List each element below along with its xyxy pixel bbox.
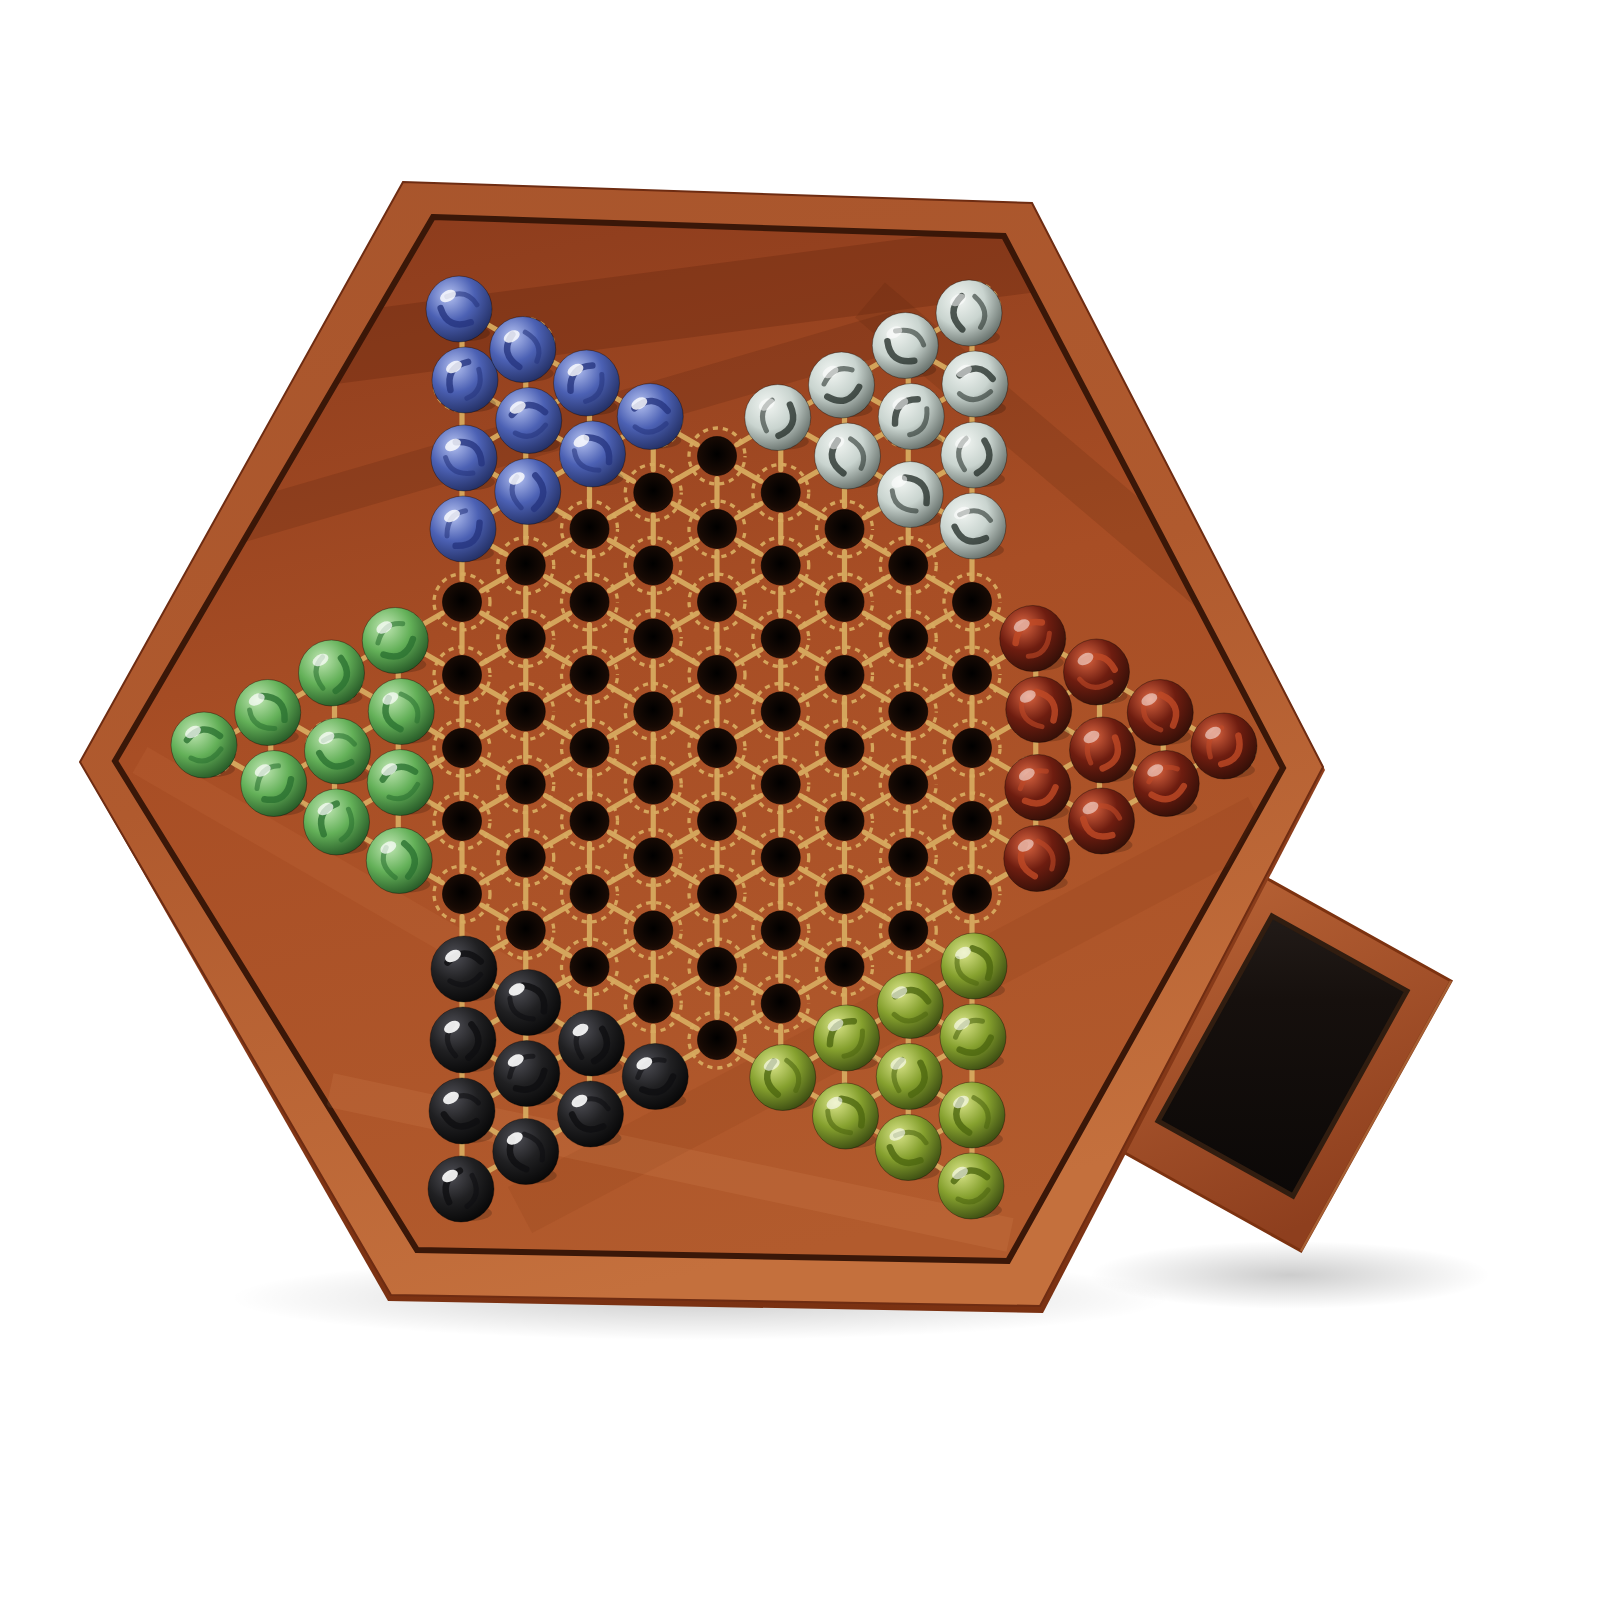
hole-c9-6[interactable] bbox=[698, 802, 737, 841]
hole-c11-4[interactable] bbox=[825, 583, 864, 622]
hole-c10-3[interactable] bbox=[761, 546, 800, 585]
marble-green[interactable] bbox=[299, 640, 365, 706]
marble-glass bbox=[558, 1081, 624, 1147]
marble-green[interactable] bbox=[235, 680, 301, 746]
marble-glass bbox=[495, 459, 561, 525]
hole-c8-9[interactable] bbox=[634, 984, 673, 1023]
marble-red[interactable] bbox=[1064, 639, 1130, 705]
hole-c7-6[interactable] bbox=[570, 729, 609, 768]
hole-c9-4[interactable] bbox=[698, 656, 737, 695]
marble-glass bbox=[431, 936, 497, 1002]
marble-yellow-green[interactable] bbox=[939, 1082, 1005, 1148]
hole-c10-2[interactable] bbox=[761, 473, 800, 512]
marble-red[interactable] bbox=[1070, 717, 1136, 783]
marble-blue[interactable] bbox=[496, 388, 562, 454]
hole-c13-8[interactable] bbox=[953, 802, 992, 841]
hole-c10-9[interactable] bbox=[761, 984, 800, 1023]
hole-c11-8[interactable] bbox=[825, 875, 864, 914]
hole-c11-3[interactable] bbox=[825, 510, 864, 549]
marble-glass bbox=[490, 317, 556, 383]
hole-c6-9[interactable] bbox=[506, 911, 545, 950]
hole-c9-9[interactable] bbox=[698, 1021, 737, 1060]
marble-glass bbox=[367, 750, 433, 816]
hole-c10-8[interactable] bbox=[761, 911, 800, 950]
marble-glass bbox=[1064, 639, 1130, 705]
drawer-shadow bbox=[1090, 1241, 1490, 1309]
hole-c9-8[interactable] bbox=[698, 948, 737, 987]
marble-glass bbox=[1004, 826, 1070, 892]
marble-glass bbox=[368, 679, 434, 745]
hole-c12-4[interactable] bbox=[889, 546, 928, 585]
hole-c10-5[interactable] bbox=[761, 692, 800, 731]
marble-green[interactable] bbox=[171, 712, 237, 778]
marble-red[interactable] bbox=[1006, 677, 1072, 743]
marble-black[interactable] bbox=[429, 1078, 495, 1144]
hole-c9-7[interactable] bbox=[698, 875, 737, 914]
marble-yellow-green[interactable] bbox=[750, 1045, 816, 1111]
marble-green[interactable] bbox=[362, 608, 428, 674]
marble-glass bbox=[876, 1044, 942, 1110]
marble-glass bbox=[940, 1004, 1006, 1070]
hole-c10-7[interactable] bbox=[761, 838, 800, 877]
marble-glass bbox=[493, 1119, 559, 1185]
marble-yellow-green[interactable] bbox=[813, 1083, 879, 1149]
marble-glass bbox=[1006, 677, 1072, 743]
marble-glass bbox=[939, 1082, 1005, 1148]
hole-c6-4[interactable] bbox=[506, 546, 545, 585]
hole-c13-5[interactable] bbox=[953, 583, 992, 622]
marble-glass bbox=[430, 1007, 496, 1073]
hole-c12-5[interactable] bbox=[889, 619, 928, 658]
marble-white[interactable] bbox=[878, 384, 944, 450]
hole-c12-7[interactable] bbox=[889, 765, 928, 804]
hole-c5-6[interactable] bbox=[443, 656, 482, 695]
hole-c9-5[interactable] bbox=[698, 729, 737, 768]
hole-c11-9[interactable] bbox=[825, 948, 864, 987]
marble-black[interactable] bbox=[622, 1044, 688, 1110]
marble-glass bbox=[235, 680, 301, 746]
marble-green[interactable] bbox=[305, 718, 371, 784]
hole-c7-4[interactable] bbox=[570, 583, 609, 622]
marble-glass bbox=[299, 640, 365, 706]
marble-white[interactable] bbox=[815, 423, 881, 489]
marble-yellow-green[interactable] bbox=[875, 1115, 941, 1181]
hole-c11-7[interactable] bbox=[825, 802, 864, 841]
marble-black[interactable] bbox=[493, 1119, 559, 1185]
marble-black[interactable] bbox=[430, 1007, 496, 1073]
marble-glass bbox=[877, 462, 943, 528]
hole-c7-5[interactable] bbox=[570, 656, 609, 695]
hole-c9-3[interactable] bbox=[698, 583, 737, 622]
hole-c5-5[interactable] bbox=[443, 583, 482, 622]
marble-red[interactable] bbox=[1191, 713, 1257, 779]
hole-c11-5[interactable] bbox=[825, 656, 864, 695]
marble-glass bbox=[1191, 713, 1257, 779]
marble-yellow-green[interactable] bbox=[876, 1044, 942, 1110]
marble-glass bbox=[171, 712, 237, 778]
marble-glass bbox=[366, 828, 432, 894]
marble-glass bbox=[878, 384, 944, 450]
marble-glass bbox=[559, 1010, 625, 1076]
marble-glass bbox=[495, 970, 561, 1036]
hole-c5-8[interactable] bbox=[443, 802, 482, 841]
marble-blue[interactable] bbox=[426, 276, 492, 342]
marble-glass bbox=[496, 388, 562, 454]
hole-c12-6[interactable] bbox=[889, 692, 928, 731]
marble-glass bbox=[430, 496, 496, 562]
hole-c9-1[interactable] bbox=[698, 437, 737, 476]
marble-white[interactable] bbox=[940, 493, 1006, 559]
hole-c6-7[interactable] bbox=[506, 765, 545, 804]
marble-glass bbox=[745, 385, 811, 451]
marble-red[interactable] bbox=[1000, 606, 1066, 672]
hole-c12-8[interactable] bbox=[889, 838, 928, 877]
marble-blue[interactable] bbox=[495, 459, 561, 525]
marble-glass bbox=[560, 421, 626, 487]
marble-blue[interactable] bbox=[430, 496, 496, 562]
hole-c6-6[interactable] bbox=[506, 692, 545, 731]
marble-green[interactable] bbox=[368, 679, 434, 745]
marble-glass bbox=[494, 1041, 560, 1107]
marble-white[interactable] bbox=[936, 280, 1002, 346]
hole-c6-8[interactable] bbox=[506, 838, 545, 877]
hole-c10-6[interactable] bbox=[761, 765, 800, 804]
hole-c7-8[interactable] bbox=[570, 875, 609, 914]
hole-c8-6[interactable] bbox=[634, 765, 673, 804]
hole-c8-4[interactable] bbox=[634, 619, 673, 658]
marble-glass bbox=[941, 422, 1007, 488]
marble-glass bbox=[304, 789, 370, 855]
marble-red[interactable] bbox=[1005, 755, 1071, 821]
hole-c7-9[interactable] bbox=[570, 948, 609, 987]
marble-black[interactable] bbox=[558, 1081, 624, 1147]
marble-white[interactable] bbox=[942, 351, 1008, 417]
marble-blue[interactable] bbox=[617, 384, 683, 450]
marble-glass bbox=[814, 1005, 880, 1071]
hole-c8-2[interactable] bbox=[634, 473, 673, 512]
marble-red[interactable] bbox=[1004, 826, 1070, 892]
marble-glass bbox=[1127, 680, 1193, 746]
chinese-checkers-scene bbox=[0, 0, 1600, 1600]
hole-c13-6[interactable] bbox=[953, 656, 992, 695]
hole-c13-9[interactable] bbox=[953, 875, 992, 914]
marble-glass bbox=[942, 351, 1008, 417]
marble-glass bbox=[877, 973, 943, 1039]
marble-glass bbox=[554, 350, 620, 416]
marble-glass bbox=[938, 1153, 1004, 1219]
marble-glass bbox=[431, 425, 497, 491]
hole-c7-7[interactable] bbox=[570, 802, 609, 841]
marble-glass bbox=[940, 493, 1006, 559]
hole-c9-2[interactable] bbox=[698, 510, 737, 549]
marble-blue[interactable] bbox=[560, 421, 626, 487]
marble-glass bbox=[1133, 751, 1199, 817]
marble-glass bbox=[426, 276, 492, 342]
hole-c12-9[interactable] bbox=[889, 911, 928, 950]
marble-green[interactable] bbox=[367, 750, 433, 816]
marble-glass bbox=[305, 718, 371, 784]
marble-yellow-green[interactable] bbox=[940, 1004, 1006, 1070]
marble-glass bbox=[1005, 755, 1071, 821]
marble-blue[interactable] bbox=[490, 317, 556, 383]
hole-c7-3[interactable] bbox=[570, 510, 609, 549]
marble-glass bbox=[617, 384, 683, 450]
marble-green[interactable] bbox=[304, 789, 370, 855]
marble-green[interactable] bbox=[366, 828, 432, 894]
marble-glass bbox=[622, 1044, 688, 1110]
marble-red[interactable] bbox=[1069, 788, 1135, 854]
marble-blue[interactable] bbox=[554, 350, 620, 416]
marble-yellow-green[interactable] bbox=[877, 973, 943, 1039]
hole-c8-5[interactable] bbox=[634, 692, 673, 731]
marble-green[interactable] bbox=[241, 751, 307, 817]
hole-c8-8[interactable] bbox=[634, 911, 673, 950]
hole-c5-9[interactable] bbox=[443, 875, 482, 914]
marble-white[interactable] bbox=[745, 385, 811, 451]
marble-glass bbox=[432, 347, 498, 413]
marble-black[interactable] bbox=[431, 936, 497, 1002]
hole-c10-4[interactable] bbox=[761, 619, 800, 658]
marble-glass bbox=[750, 1045, 816, 1111]
marble-yellow-green[interactable] bbox=[938, 1153, 1004, 1219]
marble-white[interactable] bbox=[809, 352, 875, 418]
marble-glass bbox=[428, 1156, 494, 1222]
marble-red[interactable] bbox=[1133, 751, 1199, 817]
marble-white[interactable] bbox=[872, 313, 938, 379]
hole-c8-3[interactable] bbox=[634, 546, 673, 585]
marble-white[interactable] bbox=[941, 422, 1007, 488]
marble-glass bbox=[875, 1115, 941, 1181]
marble-glass bbox=[809, 352, 875, 418]
hole-c5-7[interactable] bbox=[443, 729, 482, 768]
marble-glass bbox=[813, 1083, 879, 1149]
hole-c8-7[interactable] bbox=[634, 838, 673, 877]
marble-blue[interactable] bbox=[432, 347, 498, 413]
marble-glass bbox=[1070, 717, 1136, 783]
product-photo bbox=[0, 0, 1600, 1600]
hole-c11-6[interactable] bbox=[825, 729, 864, 768]
marble-glass bbox=[941, 933, 1007, 999]
marble-glass bbox=[1000, 606, 1066, 672]
marble-glass bbox=[1069, 788, 1135, 854]
marble-glass bbox=[429, 1078, 495, 1144]
marble-black[interactable] bbox=[559, 1010, 625, 1076]
marble-white[interactable] bbox=[877, 462, 943, 528]
marble-glass bbox=[241, 751, 307, 817]
marble-yellow-green[interactable] bbox=[941, 933, 1007, 999]
marble-red[interactable] bbox=[1127, 680, 1193, 746]
hole-c6-5[interactable] bbox=[506, 619, 545, 658]
marble-glass bbox=[936, 280, 1002, 346]
hole-c13-7[interactable] bbox=[953, 729, 992, 768]
marble-glass bbox=[815, 423, 881, 489]
marble-black[interactable] bbox=[428, 1156, 494, 1222]
marble-glass bbox=[362, 608, 428, 674]
marble-yellow-green[interactable] bbox=[814, 1005, 880, 1071]
marble-glass bbox=[872, 313, 938, 379]
marble-black[interactable] bbox=[494, 1041, 560, 1107]
marble-blue[interactable] bbox=[431, 425, 497, 491]
marble-black[interactable] bbox=[495, 970, 561, 1036]
